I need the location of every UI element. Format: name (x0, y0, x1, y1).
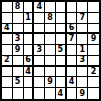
cell-r7c2[interactable] (13, 67, 24, 78)
given-digit: 5 (15, 78, 21, 86)
given-digit: 4 (25, 68, 31, 76)
cell-r5c4[interactable]: 3 (34, 45, 45, 56)
cell-r1c8[interactable] (77, 2, 88, 13)
cell-r4c6[interactable] (56, 34, 67, 45)
cell-r5c9[interactable] (88, 45, 99, 56)
cell-r9c9[interactable] (88, 88, 99, 99)
cell-r2c7[interactable] (67, 13, 78, 24)
cell-r4c7[interactable]: 7 (67, 34, 78, 45)
cell-r8c1[interactable] (2, 77, 13, 88)
given-digit: 8 (15, 3, 21, 11)
cell-r6c8[interactable]: 3 (77, 56, 88, 67)
given-digit: 1 (25, 14, 31, 22)
cell-r8c4[interactable] (34, 77, 45, 88)
given-digit: 9 (91, 35, 97, 43)
given-digit: 9 (80, 90, 86, 98)
cell-r5c7[interactable] (67, 45, 78, 56)
cell-r8c9[interactable] (88, 77, 99, 88)
cell-r1c3[interactable] (24, 2, 35, 13)
cell-r6c9[interactable] (88, 56, 99, 67)
cell-r4c5[interactable] (45, 34, 56, 45)
cell-r1c7[interactable] (67, 2, 78, 13)
cell-r1c5[interactable] (45, 2, 56, 13)
cell-r9c2[interactable] (13, 88, 24, 99)
cell-r9c8[interactable]: 9 (77, 88, 88, 99)
given-digit: 2 (4, 56, 10, 64)
given-digit: 7 (69, 35, 75, 43)
given-digit: 4 (4, 24, 10, 32)
cell-r2c6[interactable] (56, 13, 67, 24)
cell-r5c2[interactable]: 9 (13, 45, 24, 56)
cell-r6c3[interactable]: 6 (24, 56, 35, 67)
cell-r6c5[interactable] (45, 56, 56, 67)
cell-r3c1[interactable]: 4 (2, 24, 13, 35)
cell-r6c7[interactable] (67, 56, 78, 67)
cell-r3c3[interactable] (24, 24, 35, 35)
cell-r4c9[interactable]: 9 (88, 34, 99, 45)
sudoku-board: 841874637993512634259449 (0, 0, 101, 101)
given-digit: 7 (80, 14, 86, 22)
cell-r7c9[interactable]: 2 (88, 67, 99, 78)
cell-r7c5[interactable] (45, 67, 56, 78)
cell-r7c3[interactable]: 4 (24, 67, 35, 78)
cell-r9c6[interactable]: 4 (56, 88, 67, 99)
given-digit: 4 (69, 78, 75, 86)
cell-r2c1[interactable] (2, 13, 13, 24)
cell-r3c9[interactable] (88, 24, 99, 35)
cell-r2c3[interactable]: 1 (24, 13, 35, 24)
cell-r3c4[interactable] (34, 24, 45, 35)
cell-r7c1[interactable] (2, 67, 13, 78)
cell-r3c7[interactable]: 6 (67, 24, 78, 35)
given-digit: 5 (57, 46, 63, 54)
cell-r3c6[interactable] (56, 24, 67, 35)
cell-r9c7[interactable] (67, 88, 78, 99)
given-digit: 2 (91, 68, 97, 76)
cell-r5c5[interactable] (45, 45, 56, 56)
given-digit: 9 (15, 46, 21, 54)
cell-r9c5[interactable] (45, 88, 56, 99)
cell-r9c4[interactable] (34, 88, 45, 99)
given-digit: 6 (69, 24, 75, 32)
cell-r6c6[interactable] (56, 56, 67, 67)
cell-r4c2[interactable]: 3 (13, 34, 24, 45)
cell-r2c8[interactable]: 7 (77, 13, 88, 24)
cell-r5c1[interactable] (2, 45, 13, 56)
cell-r1c6[interactable] (56, 2, 67, 13)
cell-r6c1[interactable]: 2 (2, 56, 13, 67)
cell-r8c2[interactable]: 5 (13, 77, 24, 88)
given-digit: 8 (47, 14, 53, 22)
cell-r1c1[interactable] (2, 2, 13, 13)
given-digit: 1 (80, 46, 86, 54)
cell-r7c7[interactable] (67, 67, 78, 78)
given-digit: 9 (47, 78, 53, 86)
cell-r8c6[interactable] (56, 77, 67, 88)
given-digit: 4 (57, 90, 63, 98)
cell-r5c3[interactable] (24, 45, 35, 56)
cell-r5c8[interactable]: 1 (77, 45, 88, 56)
cell-r8c5[interactable]: 9 (45, 77, 56, 88)
cell-r7c4[interactable] (34, 67, 45, 78)
cell-r3c8[interactable] (77, 24, 88, 35)
cell-r6c4[interactable] (34, 56, 45, 67)
given-digit: 3 (36, 46, 42, 54)
cell-r1c4[interactable]: 4 (34, 2, 45, 13)
cell-r8c3[interactable] (24, 77, 35, 88)
cell-r7c8[interactable] (77, 67, 88, 78)
cell-r7c6[interactable] (56, 67, 67, 78)
cell-r8c7[interactable]: 4 (67, 77, 78, 88)
cell-r4c8[interactable] (77, 34, 88, 45)
cell-r2c9[interactable] (88, 13, 99, 24)
given-digit: 6 (25, 56, 31, 64)
cell-r4c3[interactable] (24, 34, 35, 45)
cell-r8c8[interactable] (77, 77, 88, 88)
cell-r4c4[interactable] (34, 34, 45, 45)
cell-r5c6[interactable]: 5 (56, 45, 67, 56)
cell-r1c9[interactable] (88, 2, 99, 13)
cell-r2c4[interactable] (34, 13, 45, 24)
given-digit: 3 (15, 35, 21, 43)
cell-r9c3[interactable] (24, 88, 35, 99)
cell-r2c5[interactable]: 8 (45, 13, 56, 24)
given-digit: 3 (80, 56, 86, 64)
cell-r1c2[interactable]: 8 (13, 2, 24, 13)
cell-r3c2[interactable] (13, 24, 24, 35)
cell-r9c1[interactable] (2, 88, 13, 99)
cell-r2c2[interactable] (13, 13, 24, 24)
given-digit: 4 (36, 3, 42, 11)
cell-r3c5[interactable] (45, 24, 56, 35)
cell-r6c2[interactable] (13, 56, 24, 67)
cell-r4c1[interactable] (2, 34, 13, 45)
